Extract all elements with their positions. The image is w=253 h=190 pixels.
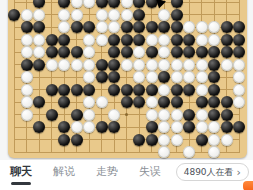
black-stone (183, 109, 195, 121)
white-stone (208, 121, 220, 133)
white-stone (133, 71, 145, 83)
white-stone (133, 59, 145, 71)
tab-chat-label: 聊天 (10, 165, 32, 178)
black-stone (171, 46, 183, 58)
white-stone (96, 9, 108, 21)
white-stone (158, 59, 170, 71)
white-stone (21, 46, 33, 58)
white-stone (208, 34, 220, 46)
black-stone (121, 21, 133, 33)
white-stone (196, 121, 208, 133)
black-stone (108, 46, 120, 58)
white-stone (146, 59, 158, 71)
black-stone (58, 84, 70, 96)
white-stone (158, 109, 170, 121)
black-stone (233, 121, 245, 133)
black-stone (46, 34, 58, 46)
white-stone (221, 134, 233, 146)
white-stone (208, 146, 220, 158)
black-stone (208, 71, 220, 83)
black-stone (108, 71, 120, 83)
black-stone (46, 46, 58, 58)
white-stone (233, 84, 245, 96)
white-stone (96, 34, 108, 46)
black-stone (133, 84, 145, 96)
tab-chat[interactable]: 聊天 (10, 165, 32, 179)
black-stone (221, 121, 233, 133)
white-stone (121, 0, 133, 8)
white-stone (146, 71, 158, 83)
black-stone (221, 109, 233, 121)
white-stone (158, 46, 170, 58)
black-stone (33, 59, 45, 71)
white-stone (233, 71, 245, 83)
chevron-right-icon: › (237, 168, 241, 177)
go-board[interactable] (8, 0, 247, 158)
black-stone (158, 96, 170, 108)
black-stone (108, 84, 120, 96)
white-stone (196, 34, 208, 46)
tab-list: 聊天 解说 走势 失误 (10, 165, 161, 179)
black-stone (196, 46, 208, 58)
black-stone (33, 96, 45, 108)
black-stone (83, 21, 95, 33)
white-stone (208, 134, 220, 146)
black-stone (221, 46, 233, 58)
black-stone (96, 59, 108, 71)
black-stone (71, 109, 83, 121)
white-stone (21, 84, 33, 96)
white-stone (83, 34, 95, 46)
black-stone (21, 59, 33, 71)
black-stone (121, 46, 133, 58)
white-stone (196, 59, 208, 71)
current-move-marker-icon (156, 0, 166, 9)
white-stone (171, 71, 183, 83)
white-stone (158, 9, 170, 21)
white-stone (46, 59, 58, 71)
black-stone (96, 121, 108, 133)
viewers-count: 4890人在看 (184, 166, 234, 179)
black-stone (58, 134, 70, 146)
black-stone (108, 59, 120, 71)
black-stone (71, 84, 83, 96)
black-stone (158, 21, 170, 33)
tab-trend-label: 走势 (96, 165, 118, 178)
white-stone (33, 34, 45, 46)
white-stone (21, 96, 33, 108)
white-stone (21, 9, 33, 21)
white-stone (83, 0, 95, 8)
black-stone (221, 34, 233, 46)
white-stone (171, 121, 183, 133)
active-tab-underline (11, 182, 31, 185)
white-stone (196, 109, 208, 121)
white-stone (208, 21, 220, 33)
white-stone (21, 34, 33, 46)
black-stone (71, 46, 83, 58)
black-stone (108, 121, 120, 133)
white-stone (71, 59, 83, 71)
black-stone (183, 84, 195, 96)
black-stone (233, 21, 245, 33)
tab-commentary-label: 解说 (53, 165, 75, 178)
white-stone (133, 46, 145, 58)
tab-commentary[interactable]: 解说 (53, 165, 75, 179)
black-stone (146, 0, 158, 8)
grid-line-horizontal (14, 152, 240, 153)
black-stone (58, 46, 70, 58)
white-stone (196, 21, 208, 33)
black-stone (183, 34, 195, 46)
black-stone (221, 21, 233, 33)
black-stone (108, 34, 120, 46)
white-stone (21, 109, 33, 121)
black-stone (83, 84, 95, 96)
white-stone (108, 21, 120, 33)
white-stone (183, 71, 195, 83)
black-stone (146, 84, 158, 96)
white-stone (158, 146, 170, 158)
black-stone (121, 34, 133, 46)
black-stone (171, 96, 183, 108)
black-stone (71, 21, 83, 33)
white-stone (58, 9, 70, 21)
white-stone (121, 59, 133, 71)
white-stone (83, 121, 95, 133)
white-stone (171, 109, 183, 121)
black-stone (146, 46, 158, 58)
white-stone (221, 59, 233, 71)
black-stone (133, 34, 145, 46)
tab-trend[interactable]: 走势 (96, 165, 118, 179)
black-stone (121, 96, 133, 108)
black-stone (96, 0, 108, 8)
white-stone (108, 109, 120, 121)
black-stone (133, 21, 145, 33)
black-stone (208, 59, 220, 71)
bottom-tab-bar: 聊天 解说 走势 失误 4890人在看 › (0, 160, 253, 190)
white-stone (146, 96, 158, 108)
white-stone (83, 96, 95, 108)
white-stone (71, 9, 83, 21)
white-stone (171, 59, 183, 71)
white-stone (71, 0, 83, 8)
white-stone (158, 84, 170, 96)
white-stone (96, 21, 108, 33)
white-stone (196, 84, 208, 96)
black-stone (208, 84, 220, 96)
black-stone (208, 96, 220, 108)
black-stone (171, 34, 183, 46)
black-stone (196, 134, 208, 146)
white-stone (183, 146, 195, 158)
white-stone (158, 134, 170, 146)
white-stone (83, 71, 95, 83)
black-stone (46, 84, 58, 96)
white-stone (58, 59, 70, 71)
black-stone (133, 96, 145, 108)
white-stone (58, 21, 70, 33)
black-stone (58, 96, 70, 108)
white-stone (158, 121, 170, 133)
white-stone (196, 71, 208, 83)
white-stone (183, 21, 195, 33)
white-stone (83, 59, 95, 71)
black-stone (183, 46, 195, 58)
black-stone (146, 121, 158, 133)
tab-mistakes[interactable]: 失误 (139, 165, 161, 179)
black-stone (171, 84, 183, 96)
black-stone (208, 109, 220, 121)
black-stone (196, 96, 208, 108)
black-stone (133, 9, 145, 21)
black-stone (121, 84, 133, 96)
white-stone (121, 9, 133, 21)
white-stone (83, 46, 95, 58)
viewers-pill[interactable]: 4890人在看 › (176, 163, 249, 181)
black-stone (171, 9, 183, 21)
white-stone (96, 96, 108, 108)
white-stone (83, 109, 95, 121)
black-stone (183, 121, 195, 133)
black-stone (33, 0, 45, 8)
black-stone (146, 134, 158, 146)
black-stone (171, 0, 183, 8)
black-stone (71, 134, 83, 146)
black-stone (108, 0, 120, 8)
black-stone (21, 21, 33, 33)
white-stone (108, 9, 120, 21)
white-stone (158, 34, 170, 46)
black-stone (58, 0, 70, 8)
white-stone (33, 9, 45, 21)
black-stone (171, 21, 183, 33)
black-stone (233, 46, 245, 58)
black-stone (33, 21, 45, 33)
white-stone (233, 59, 245, 71)
white-stone (146, 109, 158, 121)
floating-button-partial[interactable] (243, 181, 253, 190)
black-stone (58, 121, 70, 133)
white-stone (183, 59, 195, 71)
black-stone (33, 121, 45, 133)
white-stone (33, 46, 45, 58)
white-stone (146, 34, 158, 46)
star-point (125, 113, 128, 116)
tab-mistakes-label: 失误 (139, 165, 161, 178)
black-stone (221, 96, 233, 108)
black-stone (96, 71, 108, 83)
white-stone (171, 134, 183, 146)
black-stone (46, 109, 58, 121)
black-stone (133, 0, 145, 8)
black-stone (8, 9, 20, 21)
black-stone (208, 46, 220, 58)
black-stone (158, 71, 170, 83)
white-stone (233, 96, 245, 108)
black-stone (58, 34, 70, 46)
white-stone (21, 71, 33, 83)
go-live-app: 聊天 解说 走势 失误 4890人在看 › (0, 0, 253, 190)
black-stone (233, 34, 245, 46)
white-stone (71, 121, 83, 133)
black-stone (133, 134, 145, 146)
black-stone (146, 21, 158, 33)
